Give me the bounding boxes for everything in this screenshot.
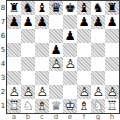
square-d4[interactable]: ♟♙ bbox=[49, 57, 63, 71]
square-d7[interactable] bbox=[49, 15, 63, 29]
white-rook[interactable]: ♜♖ bbox=[7, 99, 21, 113]
white-piece-outline: ♖ bbox=[7, 99, 21, 113]
white-pawn[interactable]: ♟♙ bbox=[105, 85, 119, 99]
white-piece-outline: ♗ bbox=[77, 99, 91, 113]
square-b3[interactable] bbox=[21, 71, 35, 85]
square-c5[interactable] bbox=[35, 43, 49, 57]
white-piece-outline: ♙ bbox=[91, 85, 105, 99]
square-g1[interactable]: ♞♘ bbox=[91, 99, 105, 113]
board-grid: ♜♞♝♛♚♝♞♜♟♟♟♟♟♟♟♟♟♙♟♙♟♙♟♙♟♙♟♙♟♙♟♙♜♖♞♘♝♗♛♕… bbox=[6, 0, 120, 114]
black-pawn[interactable]: ♟ bbox=[63, 29, 77, 43]
white-piece-outline: ♙ bbox=[105, 85, 119, 99]
white-piece-outline: ♙ bbox=[77, 85, 91, 99]
square-a6[interactable] bbox=[7, 29, 21, 43]
white-bishop[interactable]: ♝♗ bbox=[35, 99, 49, 113]
black-pawn[interactable]: ♟ bbox=[105, 15, 119, 29]
black-knight[interactable]: ♞ bbox=[91, 1, 105, 15]
square-f8[interactable]: ♝ bbox=[77, 1, 91, 15]
white-pawn[interactable]: ♟♙ bbox=[77, 85, 91, 99]
square-c3[interactable] bbox=[35, 71, 49, 85]
square-d2[interactable] bbox=[49, 85, 63, 99]
square-d1[interactable]: ♛♕ bbox=[49, 99, 63, 113]
square-c7[interactable]: ♟ bbox=[35, 15, 49, 29]
black-knight[interactable]: ♞ bbox=[21, 1, 35, 15]
white-piece-outline: ♙ bbox=[49, 57, 63, 71]
square-g2[interactable]: ♟♙ bbox=[91, 85, 105, 99]
file-labels: abcdefgh bbox=[6, 114, 120, 120]
square-b8[interactable]: ♞ bbox=[21, 1, 35, 15]
square-c1[interactable]: ♝♗ bbox=[35, 99, 49, 113]
square-e8[interactable]: ♚ bbox=[63, 1, 77, 15]
white-piece-outline: ♙ bbox=[21, 85, 35, 99]
white-piece-outline: ♔ bbox=[63, 99, 77, 113]
square-b4[interactable] bbox=[21, 57, 35, 71]
white-pawn[interactable]: ♟♙ bbox=[49, 57, 63, 71]
square-h3[interactable] bbox=[105, 71, 119, 85]
square-g8[interactable]: ♞ bbox=[91, 1, 105, 15]
file-label-a: a bbox=[7, 114, 21, 120]
white-knight[interactable]: ♞♘ bbox=[21, 99, 35, 113]
square-g5[interactable] bbox=[91, 43, 105, 57]
white-piece-outline: ♖ bbox=[105, 99, 119, 113]
square-h6[interactable] bbox=[105, 29, 119, 43]
square-e7[interactable] bbox=[63, 15, 77, 29]
white-king[interactable]: ♚♔ bbox=[63, 99, 77, 113]
white-pawn[interactable]: ♟♙ bbox=[63, 57, 77, 71]
square-e1[interactable]: ♚♔ bbox=[63, 99, 77, 113]
square-b5[interactable] bbox=[21, 43, 35, 57]
white-bishop[interactable]: ♝♗ bbox=[77, 99, 91, 113]
black-bishop[interactable]: ♝ bbox=[77, 1, 91, 15]
file-label-h: h bbox=[105, 114, 119, 120]
square-f5[interactable] bbox=[77, 43, 91, 57]
white-pawn[interactable]: ♟♙ bbox=[21, 85, 35, 99]
square-c4[interactable] bbox=[35, 57, 49, 71]
square-f2[interactable]: ♟♙ bbox=[77, 85, 91, 99]
square-h8[interactable]: ♜ bbox=[105, 1, 119, 15]
black-pawn[interactable]: ♟ bbox=[7, 15, 21, 29]
white-queen[interactable]: ♛♕ bbox=[49, 99, 63, 113]
square-d6[interactable] bbox=[49, 29, 63, 43]
square-a2[interactable]: ♟♙ bbox=[7, 85, 21, 99]
square-c2[interactable]: ♟♙ bbox=[35, 85, 49, 99]
square-c8[interactable]: ♝ bbox=[35, 1, 49, 15]
white-rook[interactable]: ♜♖ bbox=[105, 99, 119, 113]
square-g3[interactable] bbox=[91, 71, 105, 85]
square-e5[interactable] bbox=[63, 43, 77, 57]
square-a5[interactable] bbox=[7, 43, 21, 57]
white-piece-outline: ♘ bbox=[91, 99, 105, 113]
square-b6[interactable] bbox=[21, 29, 35, 43]
white-piece-outline: ♕ bbox=[49, 99, 63, 113]
file-label-g: g bbox=[91, 114, 105, 120]
square-f1[interactable]: ♝♗ bbox=[77, 99, 91, 113]
square-b7[interactable]: ♟ bbox=[21, 15, 35, 29]
square-h4[interactable] bbox=[105, 57, 119, 71]
square-e3[interactable] bbox=[63, 71, 77, 85]
square-c6[interactable] bbox=[35, 29, 49, 43]
white-piece-outline: ♙ bbox=[7, 85, 21, 99]
square-h7[interactable]: ♟ bbox=[105, 15, 119, 29]
file-label-d: d bbox=[49, 114, 63, 120]
chess-diagram: 87654321 ♜♞♝♛♚♝♞♜♟♟♟♟♟♟♟♟♟♙♟♙♟♙♟♙♟♙♟♙♟♙♟… bbox=[0, 0, 120, 120]
square-d8[interactable]: ♛ bbox=[49, 1, 63, 15]
black-bishop[interactable]: ♝ bbox=[35, 1, 49, 15]
black-pawn[interactable]: ♟ bbox=[49, 43, 63, 57]
white-pawn[interactable]: ♟♙ bbox=[91, 85, 105, 99]
file-label-f: f bbox=[77, 114, 91, 120]
square-b2[interactable]: ♟♙ bbox=[21, 85, 35, 99]
black-queen[interactable]: ♛ bbox=[49, 1, 63, 15]
file-label-b: b bbox=[21, 114, 35, 120]
square-f6[interactable] bbox=[77, 29, 91, 43]
black-king[interactable]: ♚ bbox=[63, 1, 77, 15]
square-a3[interactable] bbox=[7, 71, 21, 85]
square-f3[interactable] bbox=[77, 71, 91, 85]
white-pawn[interactable]: ♟♙ bbox=[7, 85, 21, 99]
square-f4[interactable] bbox=[77, 57, 91, 71]
white-pawn[interactable]: ♟♙ bbox=[35, 85, 49, 99]
square-a4[interactable] bbox=[7, 57, 21, 71]
black-pawn[interactable]: ♟ bbox=[35, 15, 49, 29]
square-g7[interactable]: ♟ bbox=[91, 15, 105, 29]
file-label-e: e bbox=[63, 114, 77, 120]
file-label-c: c bbox=[35, 114, 49, 120]
square-h5[interactable] bbox=[105, 43, 119, 57]
white-piece-outline: ♙ bbox=[63, 57, 77, 71]
square-h1[interactable]: ♜♖ bbox=[105, 99, 119, 113]
white-piece-outline: ♗ bbox=[35, 99, 49, 113]
square-a1[interactable]: ♜♖ bbox=[7, 99, 21, 113]
black-pawn[interactable]: ♟ bbox=[21, 15, 35, 29]
black-pawn[interactable]: ♟ bbox=[77, 15, 91, 29]
square-d3[interactable] bbox=[49, 71, 63, 85]
square-g6[interactable] bbox=[91, 29, 105, 43]
square-e2[interactable] bbox=[63, 85, 77, 99]
square-a8[interactable]: ♜ bbox=[7, 1, 21, 15]
square-a7[interactable]: ♟ bbox=[7, 15, 21, 29]
white-piece-outline: ♙ bbox=[35, 85, 49, 99]
square-h2[interactable]: ♟♙ bbox=[105, 85, 119, 99]
black-rook[interactable]: ♜ bbox=[105, 1, 119, 15]
square-b1[interactable]: ♞♘ bbox=[21, 99, 35, 113]
square-f7[interactable]: ♟ bbox=[77, 15, 91, 29]
white-knight[interactable]: ♞♘ bbox=[91, 99, 105, 113]
square-g4[interactable] bbox=[91, 57, 105, 71]
black-pawn[interactable]: ♟ bbox=[91, 15, 105, 29]
black-rook[interactable]: ♜ bbox=[7, 1, 21, 15]
square-e4[interactable]: ♟♙ bbox=[63, 57, 77, 71]
white-piece-outline: ♘ bbox=[21, 99, 35, 113]
square-e6[interactable]: ♟ bbox=[63, 29, 77, 43]
square-d5[interactable]: ♟ bbox=[49, 43, 63, 57]
